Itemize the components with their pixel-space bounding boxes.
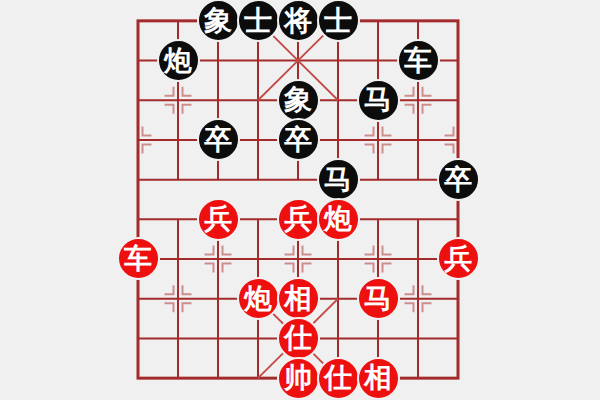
board-point: 车 <box>398 41 438 81</box>
board-point: 士 <box>238 1 278 41</box>
board-point: 相 <box>358 358 398 398</box>
red-elephant[interactable]: 相 <box>357 357 400 400</box>
board-point: 兵 <box>198 199 238 239</box>
xiangqi-board: 象士将士炮车象马卒卒马卒兵兵炮车兵炮相马仕帅仕相 <box>118 1 478 399</box>
red-cannon[interactable]: 炮 <box>317 198 360 241</box>
board-point: 象 <box>198 1 238 41</box>
board-point: 马 <box>318 160 358 200</box>
board-point: 卒 <box>278 120 318 160</box>
black-elephant[interactable]: 象 <box>277 79 320 122</box>
black-pawn[interactable]: 卒 <box>437 158 480 201</box>
board-point: 士 <box>318 1 358 41</box>
black-advisor[interactable]: 士 <box>237 0 280 42</box>
black-advisor[interactable]: 士 <box>317 0 360 42</box>
red-pawn[interactable]: 兵 <box>277 198 320 241</box>
red-general[interactable]: 帅 <box>277 357 320 400</box>
red-chariot[interactable]: 车 <box>117 237 160 280</box>
black-horse[interactable]: 马 <box>357 79 400 122</box>
board-point: 卒 <box>438 160 478 200</box>
board-point: 仕 <box>318 358 358 398</box>
red-pawn[interactable]: 兵 <box>197 198 240 241</box>
board-point: 象 <box>278 80 318 120</box>
black-pawn[interactable]: 卒 <box>197 118 240 161</box>
red-horse[interactable]: 马 <box>357 277 400 320</box>
board-point: 马 <box>358 80 398 120</box>
board-point: 炮 <box>318 199 358 239</box>
red-elephant[interactable]: 相 <box>277 277 320 320</box>
board-point: 炮 <box>238 279 278 319</box>
board-point: 帅 <box>278 358 318 398</box>
board-point: 兵 <box>438 239 478 279</box>
black-elephant[interactable]: 象 <box>197 0 240 42</box>
black-chariot[interactable]: 车 <box>397 39 440 82</box>
black-general[interactable]: 将 <box>277 0 320 42</box>
red-cannon[interactable]: 炮 <box>237 277 280 320</box>
red-advisor[interactable]: 仕 <box>277 317 320 360</box>
board-point: 相 <box>278 279 318 319</box>
board-point: 仕 <box>278 319 318 359</box>
xiangqi-app: 象士将士炮车象马卒卒马卒兵兵炮车兵炮相马仕帅仕相 <box>0 0 600 400</box>
black-cannon[interactable]: 炮 <box>157 39 200 82</box>
board-grid: 象士将士炮车象马卒卒马卒兵兵炮车兵炮相马仕帅仕相 <box>118 1 478 398</box>
black-pawn[interactable]: 卒 <box>277 118 320 161</box>
board-point: 兵 <box>278 199 318 239</box>
red-pawn[interactable]: 兵 <box>437 237 480 280</box>
black-horse[interactable]: 马 <box>317 158 360 201</box>
board-point: 车 <box>118 239 158 279</box>
board-point: 将 <box>278 1 318 41</box>
red-advisor[interactable]: 仕 <box>317 357 360 400</box>
board-point: 卒 <box>198 120 238 160</box>
board-point: 炮 <box>158 41 198 81</box>
board-point: 马 <box>358 279 398 319</box>
